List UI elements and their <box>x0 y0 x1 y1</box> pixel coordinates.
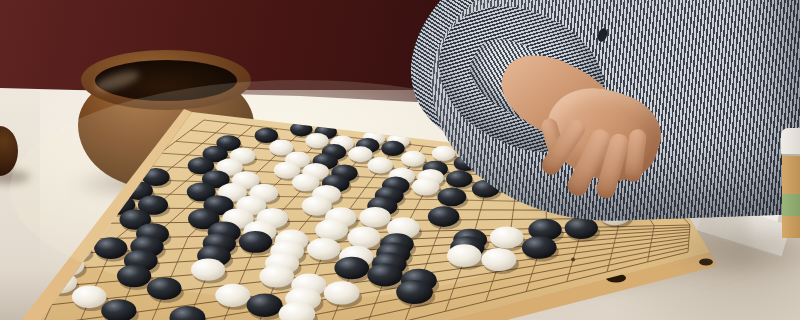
black-stone <box>239 231 272 253</box>
white-stone <box>72 285 107 308</box>
white-stone <box>324 281 360 304</box>
white-stone <box>401 151 425 167</box>
black-stone <box>396 280 433 304</box>
black-stone <box>117 265 151 287</box>
black-stone <box>255 128 278 143</box>
white-stone <box>347 226 380 248</box>
black-stone <box>446 170 472 187</box>
white-stone <box>215 284 250 307</box>
white-stone <box>447 244 482 267</box>
drink-cup <box>781 128 800 238</box>
white-stone <box>481 248 516 271</box>
cup-green-band <box>782 194 800 216</box>
photo-scene <box>0 0 800 320</box>
white-stone <box>191 258 225 280</box>
white-stone <box>432 146 455 161</box>
black-stone <box>147 277 182 300</box>
white-stone <box>269 140 293 156</box>
black-stone <box>334 257 369 280</box>
white-stone <box>359 207 391 228</box>
white-stone <box>412 178 440 196</box>
white-stone <box>259 265 294 288</box>
cup-lid <box>781 128 800 156</box>
black-stone <box>94 237 127 259</box>
white-stone <box>307 238 341 260</box>
black-stone <box>381 141 404 156</box>
black-stone <box>437 187 466 206</box>
white-stone <box>368 157 393 174</box>
white-stone <box>348 146 372 162</box>
black-stone <box>428 206 460 227</box>
black-stone <box>247 294 283 317</box>
white-stone <box>315 219 348 241</box>
black-stone <box>522 236 557 259</box>
white-stone <box>305 133 328 148</box>
white-stone <box>490 226 524 248</box>
black-stone <box>367 263 402 286</box>
